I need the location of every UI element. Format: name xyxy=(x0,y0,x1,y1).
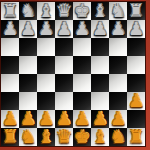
square-h6[interactable] xyxy=(127,38,145,56)
piece-white-bishop[interactable]: ♝ xyxy=(37,128,55,146)
square-a6[interactable] xyxy=(1,38,19,56)
square-d5[interactable] xyxy=(55,56,73,74)
piece-black-pawn[interactable]: ♟ xyxy=(1,20,19,38)
piece-white-queen[interactable]: ♛ xyxy=(55,128,73,146)
square-a4[interactable] xyxy=(1,74,19,92)
piece-white-pawn[interactable]: ♟ xyxy=(127,92,145,110)
square-a1[interactable]: ♜ xyxy=(1,128,19,146)
square-c7[interactable]: ♟ xyxy=(37,20,55,38)
square-b7[interactable]: ♟ xyxy=(19,20,37,38)
square-c6[interactable] xyxy=(37,38,55,56)
chess-board: ♜♞♝♛♚♝♞♜♟♟♟♟♟♟♟♟♟♟♟♟♟♟♟♟♜♞♝♛♚♝♞♜ xyxy=(1,2,145,146)
square-e7[interactable]: ♟ xyxy=(73,20,91,38)
square-a7[interactable]: ♟ xyxy=(1,20,19,38)
square-g5[interactable] xyxy=(109,56,127,74)
square-b4[interactable] xyxy=(19,74,37,92)
square-h7[interactable]: ♟ xyxy=(127,20,145,38)
square-g1[interactable]: ♞ xyxy=(109,128,127,146)
square-a5[interactable] xyxy=(1,56,19,74)
piece-black-pawn[interactable]: ♟ xyxy=(55,20,73,38)
piece-black-pawn[interactable]: ♟ xyxy=(73,20,91,38)
game-window: ♜♞♝♛♚♝♞♜♟♟♟♟♟♟♟♟♟♟♟♟♟♟♟♟♜♞♝♛♚♝♞♜ xyxy=(0,0,150,150)
piece-white-rook[interactable]: ♜ xyxy=(1,128,19,146)
square-d1[interactable]: ♛ xyxy=(55,128,73,146)
square-g6[interactable] xyxy=(109,38,127,56)
square-b5[interactable] xyxy=(19,56,37,74)
piece-white-knight[interactable]: ♞ xyxy=(109,128,127,146)
piece-white-knight[interactable]: ♞ xyxy=(19,128,37,146)
square-f4[interactable] xyxy=(91,74,109,92)
square-b6[interactable] xyxy=(19,38,37,56)
square-c1[interactable]: ♝ xyxy=(37,128,55,146)
square-h1[interactable]: ♜ xyxy=(127,128,145,146)
square-c5[interactable] xyxy=(37,56,55,74)
square-f7[interactable]: ♟ xyxy=(91,20,109,38)
square-h5[interactable] xyxy=(127,56,145,74)
piece-white-bishop[interactable]: ♝ xyxy=(91,128,109,146)
square-e1[interactable]: ♚ xyxy=(73,128,91,146)
square-c4[interactable] xyxy=(37,74,55,92)
square-e6[interactable] xyxy=(73,38,91,56)
piece-black-pawn[interactable]: ♟ xyxy=(37,20,55,38)
piece-black-pawn[interactable]: ♟ xyxy=(91,20,109,38)
square-f5[interactable] xyxy=(91,56,109,74)
square-f6[interactable] xyxy=(91,38,109,56)
piece-white-rook[interactable]: ♜ xyxy=(127,128,145,146)
square-d4[interactable] xyxy=(55,74,73,92)
square-g7[interactable]: ♟ xyxy=(109,20,127,38)
square-f1[interactable]: ♝ xyxy=(91,128,109,146)
square-g4[interactable] xyxy=(109,74,127,92)
square-d6[interactable] xyxy=(55,38,73,56)
square-h3[interactable]: ♟ xyxy=(127,92,145,110)
piece-black-pawn[interactable]: ♟ xyxy=(127,20,145,38)
square-e5[interactable] xyxy=(73,56,91,74)
square-b1[interactable]: ♞ xyxy=(19,128,37,146)
piece-black-pawn[interactable]: ♟ xyxy=(109,20,127,38)
square-d7[interactable]: ♟ xyxy=(55,20,73,38)
piece-white-king[interactable]: ♚ xyxy=(73,128,91,146)
square-e4[interactable] xyxy=(73,74,91,92)
piece-black-pawn[interactable]: ♟ xyxy=(19,20,37,38)
